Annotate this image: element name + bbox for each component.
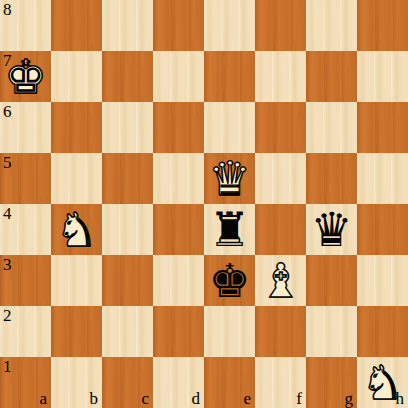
square-f8[interactable] bbox=[255, 0, 306, 51]
square-a6[interactable]: 6 bbox=[0, 102, 51, 153]
white-bishop-f3[interactable]: ♝ bbox=[255, 255, 306, 306]
square-b6[interactable] bbox=[51, 102, 102, 153]
square-b1[interactable]: b bbox=[51, 357, 102, 408]
square-h8[interactable] bbox=[357, 0, 408, 51]
square-h5[interactable] bbox=[357, 153, 408, 204]
square-g6[interactable] bbox=[306, 102, 357, 153]
square-g7[interactable] bbox=[306, 51, 357, 102]
square-e3[interactable]: ♚ bbox=[204, 255, 255, 306]
square-f2[interactable] bbox=[255, 306, 306, 357]
file-label-f: f bbox=[296, 389, 302, 408]
square-b7[interactable] bbox=[51, 51, 102, 102]
square-d8[interactable] bbox=[153, 0, 204, 51]
white-knight-b4[interactable]: ♞ bbox=[51, 204, 102, 255]
square-c6[interactable] bbox=[102, 102, 153, 153]
black-queen-g4[interactable]: ♛ bbox=[306, 204, 357, 255]
square-h1[interactable]: h♞ bbox=[357, 357, 408, 408]
file-label-d: d bbox=[192, 389, 201, 408]
square-h2[interactable] bbox=[357, 306, 408, 357]
square-d1[interactable]: d bbox=[153, 357, 204, 408]
file-label-c: c bbox=[141, 389, 149, 408]
square-a4[interactable]: 4 bbox=[0, 204, 51, 255]
black-king-e3[interactable]: ♚ bbox=[204, 255, 255, 306]
square-d5[interactable] bbox=[153, 153, 204, 204]
rank-label-8: 8 bbox=[3, 0, 12, 19]
rank-label-6: 6 bbox=[3, 102, 12, 121]
square-h7[interactable] bbox=[357, 51, 408, 102]
square-e5[interactable]: ♛ bbox=[204, 153, 255, 204]
square-c1[interactable]: c bbox=[102, 357, 153, 408]
square-c5[interactable] bbox=[102, 153, 153, 204]
square-f5[interactable] bbox=[255, 153, 306, 204]
square-h3[interactable] bbox=[357, 255, 408, 306]
square-d3[interactable] bbox=[153, 255, 204, 306]
square-c2[interactable] bbox=[102, 306, 153, 357]
square-e4[interactable]: ♜ bbox=[204, 204, 255, 255]
black-rook-e4[interactable]: ♜ bbox=[204, 204, 255, 255]
rank-label-3: 3 bbox=[3, 255, 12, 274]
square-h6[interactable] bbox=[357, 102, 408, 153]
square-g1[interactable]: g bbox=[306, 357, 357, 408]
square-e1[interactable]: e bbox=[204, 357, 255, 408]
rank-label-5: 5 bbox=[3, 153, 12, 172]
square-g3[interactable] bbox=[306, 255, 357, 306]
white-knight-h1[interactable]: ♞ bbox=[357, 357, 408, 408]
square-a2[interactable]: 2 bbox=[0, 306, 51, 357]
square-d6[interactable] bbox=[153, 102, 204, 153]
file-label-a: a bbox=[39, 389, 47, 408]
square-g4[interactable]: ♛ bbox=[306, 204, 357, 255]
square-f6[interactable] bbox=[255, 102, 306, 153]
square-f3[interactable]: ♝ bbox=[255, 255, 306, 306]
white-queen-e5[interactable]: ♛ bbox=[204, 153, 255, 204]
square-a1[interactable]: 1a bbox=[0, 357, 51, 408]
square-c8[interactable] bbox=[102, 0, 153, 51]
square-b3[interactable] bbox=[51, 255, 102, 306]
square-b4[interactable]: ♞ bbox=[51, 204, 102, 255]
file-label-b: b bbox=[90, 389, 99, 408]
file-label-e: e bbox=[243, 389, 251, 408]
rank-label-1: 1 bbox=[3, 357, 12, 376]
chess-board: 87♚65♛4♞♜♛3♚♝21abcdefgh♞ bbox=[0, 0, 408, 408]
square-d4[interactable] bbox=[153, 204, 204, 255]
rank-label-2: 2 bbox=[3, 306, 12, 325]
square-e2[interactable] bbox=[204, 306, 255, 357]
square-e8[interactable] bbox=[204, 0, 255, 51]
file-label-g: g bbox=[345, 389, 354, 408]
square-b8[interactable] bbox=[51, 0, 102, 51]
square-e7[interactable] bbox=[204, 51, 255, 102]
square-a3[interactable]: 3 bbox=[0, 255, 51, 306]
square-g5[interactable] bbox=[306, 153, 357, 204]
square-g2[interactable] bbox=[306, 306, 357, 357]
square-e6[interactable] bbox=[204, 102, 255, 153]
square-a7[interactable]: 7♚ bbox=[0, 51, 51, 102]
square-c3[interactable] bbox=[102, 255, 153, 306]
square-a5[interactable]: 5 bbox=[0, 153, 51, 204]
square-h4[interactable] bbox=[357, 204, 408, 255]
square-b2[interactable] bbox=[51, 306, 102, 357]
square-f1[interactable]: f bbox=[255, 357, 306, 408]
square-f4[interactable] bbox=[255, 204, 306, 255]
square-d2[interactable] bbox=[153, 306, 204, 357]
square-f7[interactable] bbox=[255, 51, 306, 102]
rank-label-4: 4 bbox=[3, 204, 12, 223]
square-g8[interactable] bbox=[306, 0, 357, 51]
square-a8[interactable]: 8 bbox=[0, 0, 51, 51]
square-d7[interactable] bbox=[153, 51, 204, 102]
square-c4[interactable] bbox=[102, 204, 153, 255]
square-c7[interactable] bbox=[102, 51, 153, 102]
white-king-a7[interactable]: ♚ bbox=[0, 51, 51, 102]
square-b5[interactable] bbox=[51, 153, 102, 204]
